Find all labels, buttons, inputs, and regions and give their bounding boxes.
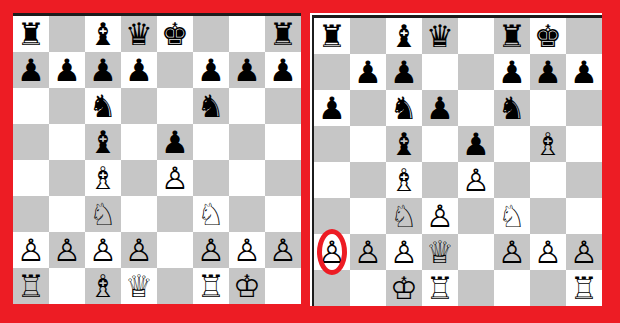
left-board-square-e5[interactable]: ♟ xyxy=(157,124,193,160)
right-board-square-e4[interactable]: ♙ xyxy=(458,162,494,198)
left-board-square-h3[interactable] xyxy=(265,196,301,232)
white-rook: ♖ xyxy=(570,270,598,306)
black-bishop: ♝ xyxy=(89,124,117,160)
right-board-square-h3[interactable] xyxy=(566,198,602,234)
right-board-square-g8[interactable]: ♚ xyxy=(530,18,566,54)
white-pawn: ♙ xyxy=(354,234,382,270)
right-board-square-a6[interactable]: ♟ xyxy=(314,90,350,126)
white-bishop: ♗ xyxy=(89,160,117,196)
white-rook: ♖ xyxy=(17,268,45,304)
left-board-square-b1[interactable] xyxy=(49,268,85,304)
right-board-square-f1[interactable] xyxy=(494,270,530,306)
right-board-square-g2[interactable]: ♙ xyxy=(530,234,566,270)
white-pawn: ♙ xyxy=(89,232,117,268)
left-board-square-b2[interactable]: ♙ xyxy=(49,232,85,268)
left-board-square-d3[interactable] xyxy=(121,196,157,232)
left-board-square-a2[interactable]: ♙ xyxy=(13,232,49,268)
left-board-square-g3[interactable] xyxy=(229,196,265,232)
white-knight: ♘ xyxy=(89,196,117,232)
left-board-square-d5[interactable] xyxy=(121,124,157,160)
left-board-frame: ♜♝♛♚♜♟♟♟♟♟♟♟♞♞♝♟♗♙♘♘♙♙♙♙♙♙♙♖♗♕♖♔ xyxy=(13,13,301,304)
black-pawn: ♟ xyxy=(390,54,418,90)
right-board: ♜♝♛♜♚♟♟♟♟♟♟♞♟♞♝♟♗♗♙♘♙♘♙♙♙♕♙♙♙♔♖♖ xyxy=(314,18,602,306)
white-pawn: ♙ xyxy=(269,232,297,268)
black-pawn: ♟ xyxy=(17,52,45,88)
right-board-square-b2[interactable]: ♙ xyxy=(350,234,386,270)
right-board-square-a1[interactable] xyxy=(314,270,350,306)
right-board-square-f5[interactable] xyxy=(494,126,530,162)
right-board-square-g3[interactable] xyxy=(530,198,566,234)
white-pawn: ♙ xyxy=(318,234,346,270)
right-board-square-g4[interactable] xyxy=(530,162,566,198)
right-board-square-b1[interactable] xyxy=(350,270,386,306)
right-board-square-a8[interactable]: ♜ xyxy=(314,18,350,54)
right-board-square-a3[interactable] xyxy=(314,198,350,234)
black-bishop: ♝ xyxy=(390,18,418,54)
right-board-square-h1[interactable]: ♖ xyxy=(566,270,602,306)
black-knight: ♞ xyxy=(197,88,225,124)
white-knight: ♘ xyxy=(390,198,418,234)
right-board-square-d5[interactable] xyxy=(422,126,458,162)
white-knight: ♘ xyxy=(197,196,225,232)
black-pawn: ♟ xyxy=(269,52,297,88)
left-board: ♜♝♛♚♜♟♟♟♟♟♟♟♞♞♝♟♗♙♘♘♙♙♙♙♙♙♙♖♗♕♖♔ xyxy=(13,16,301,304)
right-board-square-c6[interactable]: ♞ xyxy=(386,90,422,126)
left-board-square-e6[interactable] xyxy=(157,88,193,124)
white-pawn: ♙ xyxy=(390,234,418,270)
left-board-square-h1[interactable] xyxy=(265,268,301,304)
left-board-square-a3[interactable] xyxy=(13,196,49,232)
left-board-square-b5[interactable] xyxy=(49,124,85,160)
white-king: ♔ xyxy=(390,270,418,306)
right-board-square-h6[interactable] xyxy=(566,90,602,126)
black-pawn: ♟ xyxy=(125,52,153,88)
black-pawn: ♟ xyxy=(534,54,562,90)
left-board-square-c3[interactable]: ♘ xyxy=(85,196,121,232)
left-board-square-g4[interactable] xyxy=(229,160,265,196)
left-board-square-g6[interactable] xyxy=(229,88,265,124)
white-queen: ♕ xyxy=(125,268,153,304)
black-pawn: ♟ xyxy=(570,54,598,90)
black-queen: ♛ xyxy=(426,18,454,54)
left-board-square-f6[interactable]: ♞ xyxy=(193,88,229,124)
right-board-square-b4[interactable] xyxy=(350,162,386,198)
left-board-square-a4[interactable] xyxy=(13,160,49,196)
left-board-square-h6[interactable] xyxy=(265,88,301,124)
left-board-square-d4[interactable] xyxy=(121,160,157,196)
right-board-square-c8[interactable]: ♝ xyxy=(386,18,422,54)
left-board-square-f1[interactable]: ♖ xyxy=(193,268,229,304)
black-knight: ♞ xyxy=(498,90,526,126)
left-board-square-f3[interactable]: ♘ xyxy=(193,196,229,232)
right-board-square-b6[interactable] xyxy=(350,90,386,126)
left-board-square-g5[interactable] xyxy=(229,124,265,160)
right-board-square-a4[interactable] xyxy=(314,162,350,198)
left-board-square-b4[interactable] xyxy=(49,160,85,196)
white-bishop: ♗ xyxy=(89,268,117,304)
right-board-square-d7[interactable] xyxy=(422,54,458,90)
left-board-square-f4[interactable] xyxy=(193,160,229,196)
right-board-square-b7[interactable]: ♟ xyxy=(350,54,386,90)
left-board-square-a5[interactable] xyxy=(13,124,49,160)
right-board-square-d6[interactable]: ♟ xyxy=(422,90,458,126)
right-board-square-f3[interactable]: ♘ xyxy=(494,198,530,234)
left-board-square-f7[interactable]: ♟ xyxy=(193,52,229,88)
left-board-square-c1[interactable]: ♗ xyxy=(85,268,121,304)
white-pawn: ♙ xyxy=(426,198,454,234)
left-board-square-h8[interactable]: ♜ xyxy=(265,16,301,52)
right-board-square-c4[interactable]: ♗ xyxy=(386,162,422,198)
right-board-square-g7[interactable]: ♟ xyxy=(530,54,566,90)
left-board-square-h5[interactable] xyxy=(265,124,301,160)
right-board-square-e2[interactable] xyxy=(458,234,494,270)
left-board-square-c5[interactable]: ♝ xyxy=(85,124,121,160)
white-king: ♔ xyxy=(233,268,261,304)
left-board-square-g8[interactable] xyxy=(229,16,265,52)
black-knight: ♞ xyxy=(390,90,418,126)
white-pawn: ♙ xyxy=(197,232,225,268)
left-board-square-g7[interactable]: ♟ xyxy=(229,52,265,88)
black-pawn: ♟ xyxy=(197,52,225,88)
black-pawn: ♟ xyxy=(426,90,454,126)
white-rook: ♖ xyxy=(197,268,225,304)
left-board-square-h7[interactable]: ♟ xyxy=(265,52,301,88)
left-board-square-h2[interactable]: ♙ xyxy=(265,232,301,268)
white-rook: ♖ xyxy=(426,270,454,306)
left-board-square-b8[interactable] xyxy=(49,16,85,52)
white-pawn: ♙ xyxy=(161,160,189,196)
right-board-square-h8[interactable] xyxy=(566,18,602,54)
left-board-square-e2[interactable] xyxy=(157,232,193,268)
left-board-square-c4[interactable]: ♗ xyxy=(85,160,121,196)
left-board-square-g1[interactable]: ♔ xyxy=(229,268,265,304)
left-board-square-e1[interactable] xyxy=(157,268,193,304)
black-king: ♚ xyxy=(161,16,189,52)
right-board-square-g1[interactable] xyxy=(530,270,566,306)
right-board-square-f2[interactable]: ♙ xyxy=(494,234,530,270)
left-board-square-h4[interactable] xyxy=(265,160,301,196)
right-board-square-e3[interactable] xyxy=(458,198,494,234)
right-board-square-e5[interactable]: ♟ xyxy=(458,126,494,162)
right-board-square-h5[interactable] xyxy=(566,126,602,162)
black-king: ♚ xyxy=(534,18,562,54)
left-board-square-e3[interactable] xyxy=(157,196,193,232)
black-pawn: ♟ xyxy=(354,54,382,90)
right-board-square-d4[interactable] xyxy=(422,162,458,198)
white-pawn: ♙ xyxy=(53,232,81,268)
black-pawn: ♟ xyxy=(498,54,526,90)
left-board-square-d8[interactable]: ♛ xyxy=(121,16,157,52)
white-pawn: ♙ xyxy=(17,232,45,268)
left-board-square-a1[interactable]: ♖ xyxy=(13,268,49,304)
left-board-square-f8[interactable] xyxy=(193,16,229,52)
left-board-square-e4[interactable]: ♙ xyxy=(157,160,193,196)
right-board-square-b3[interactable] xyxy=(350,198,386,234)
right-board-square-a5[interactable] xyxy=(314,126,350,162)
left-board-square-b7[interactable]: ♟ xyxy=(49,52,85,88)
left-board-square-f2[interactable]: ♙ xyxy=(193,232,229,268)
right-board-square-b8[interactable] xyxy=(350,18,386,54)
white-bishop: ♗ xyxy=(534,126,562,162)
left-board-square-e8[interactable]: ♚ xyxy=(157,16,193,52)
right-board-square-a7[interactable] xyxy=(314,54,350,90)
black-rook: ♜ xyxy=(498,18,526,54)
white-bishop: ♗ xyxy=(390,162,418,198)
right-board-square-e6[interactable] xyxy=(458,90,494,126)
white-queen: ♕ xyxy=(426,234,454,270)
black-pawn: ♟ xyxy=(161,124,189,160)
right-board-square-f7[interactable]: ♟ xyxy=(494,54,530,90)
right-board-square-h4[interactable] xyxy=(566,162,602,198)
left-board-square-c8[interactable]: ♝ xyxy=(85,16,121,52)
right-board-square-d3[interactable]: ♙ xyxy=(422,198,458,234)
right-board-square-h7[interactable]: ♟ xyxy=(566,54,602,90)
left-board-square-f5[interactable] xyxy=(193,124,229,160)
left-board-square-b3[interactable] xyxy=(49,196,85,232)
right-board-square-g5[interactable]: ♗ xyxy=(530,126,566,162)
right-board-square-c2[interactable]: ♙ xyxy=(386,234,422,270)
right-board-square-h2[interactable]: ♙ xyxy=(566,234,602,270)
white-pawn: ♙ xyxy=(570,234,598,270)
right-board-square-c3[interactable]: ♘ xyxy=(386,198,422,234)
black-pawn: ♟ xyxy=(462,126,490,162)
right-board-square-f4[interactable] xyxy=(494,162,530,198)
left-board-square-b6[interactable] xyxy=(49,88,85,124)
right-board-square-f6[interactable]: ♞ xyxy=(494,90,530,126)
right-board-square-e7[interactable] xyxy=(458,54,494,90)
left-board-square-a6[interactable] xyxy=(13,88,49,124)
black-rook: ♜ xyxy=(269,16,297,52)
right-board-square-b5[interactable] xyxy=(350,126,386,162)
left-board-square-d2[interactable]: ♙ xyxy=(121,232,157,268)
right-board-square-e1[interactable] xyxy=(458,270,494,306)
right-board-square-c7[interactable]: ♟ xyxy=(386,54,422,90)
black-rook: ♜ xyxy=(318,18,346,54)
right-board-frame: ♜♝♛♜♚♟♟♟♟♟♟♞♟♞♝♟♗♗♙♘♙♘♙♙♙♕♙♙♙♔♖♖ xyxy=(310,13,602,306)
black-bishop: ♝ xyxy=(89,16,117,52)
right-board-square-g6[interactable] xyxy=(530,90,566,126)
black-pawn: ♟ xyxy=(53,52,81,88)
right-board-square-d1[interactable]: ♖ xyxy=(422,270,458,306)
black-pawn: ♟ xyxy=(318,90,346,126)
black-rook: ♜ xyxy=(17,16,45,52)
left-board-square-a7[interactable]: ♟ xyxy=(13,52,49,88)
left-board-square-g2[interactable]: ♙ xyxy=(229,232,265,268)
right-board-square-f8[interactable]: ♜ xyxy=(494,18,530,54)
white-pawn: ♙ xyxy=(462,162,490,198)
right-board-square-e8[interactable] xyxy=(458,18,494,54)
left-board-square-d1[interactable]: ♕ xyxy=(121,268,157,304)
left-board-square-d7[interactable]: ♟ xyxy=(121,52,157,88)
left-board-square-a8[interactable]: ♜ xyxy=(13,16,49,52)
left-board-square-d6[interactable] xyxy=(121,88,157,124)
white-pawn: ♙ xyxy=(498,234,526,270)
right-board-square-c1[interactable]: ♔ xyxy=(386,270,422,306)
white-pawn: ♙ xyxy=(233,232,261,268)
black-pawn: ♟ xyxy=(233,52,261,88)
black-bishop: ♝ xyxy=(390,126,418,162)
black-queen: ♛ xyxy=(125,16,153,52)
right-board-square-d8[interactable]: ♛ xyxy=(422,18,458,54)
right-board-square-c5[interactable]: ♝ xyxy=(386,126,422,162)
white-pawn: ♙ xyxy=(534,234,562,270)
left-board-square-c6[interactable]: ♞ xyxy=(85,88,121,124)
left-board-square-e7[interactable] xyxy=(157,52,193,88)
black-pawn: ♟ xyxy=(89,52,117,88)
left-board-square-c7[interactable]: ♟ xyxy=(85,52,121,88)
left-board-square-c2[interactable]: ♙ xyxy=(85,232,121,268)
black-knight: ♞ xyxy=(89,88,117,124)
white-knight: ♘ xyxy=(498,198,526,234)
right-board-square-d2[interactable]: ♕ xyxy=(422,234,458,270)
white-pawn: ♙ xyxy=(125,232,153,268)
right-board-square-a2[interactable]: ♙ xyxy=(314,234,350,270)
